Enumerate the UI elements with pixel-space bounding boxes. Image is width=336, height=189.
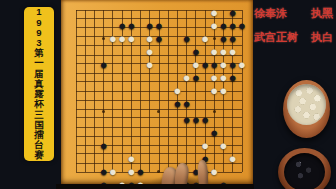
event-banner-text: 1993第一届真露杯三国擂台赛 xyxy=(34,7,44,160)
black-stone-glyph: ● xyxy=(127,19,135,32)
black-stone: ● xyxy=(191,71,200,84)
black-stone-glyph: ● xyxy=(100,58,108,71)
players-caption: 徐奉洙 执黑 武宫正树 执白 xyxy=(253,6,334,54)
black-stone-glyph: ● xyxy=(100,139,108,152)
white-stone: ● xyxy=(210,71,219,84)
white-stone: ● xyxy=(127,152,136,165)
star-point xyxy=(154,110,163,113)
black-stone-glyph: ● xyxy=(118,19,126,32)
white-stone-glyph: ● xyxy=(210,71,218,84)
black-stone-glyph: ● xyxy=(210,58,218,71)
black-stone-glyph: ● xyxy=(192,113,200,126)
white-stone: ● xyxy=(210,84,219,97)
white-stone: ● xyxy=(145,45,154,58)
white-stone-glyph: ● xyxy=(238,58,246,71)
white-stone-glyph: ● xyxy=(220,139,228,152)
banner-char: 杯 xyxy=(34,99,44,109)
white-stone-glyph: ● xyxy=(210,45,218,58)
white-stone-glyph: ● xyxy=(146,32,154,45)
white-stone-glyph: ● xyxy=(127,32,135,45)
white-stone-glyph: ● xyxy=(109,165,117,178)
star-point xyxy=(99,32,108,45)
black-stone: ● xyxy=(154,19,163,32)
black-stone: ● xyxy=(191,113,200,126)
star-point-dot xyxy=(213,37,216,40)
white-stone: ● xyxy=(200,32,209,45)
white-stone: ● xyxy=(210,6,219,19)
white-stone: ● xyxy=(210,45,219,58)
star-point xyxy=(210,32,219,45)
white-stone: ● xyxy=(191,58,200,71)
black-stone-glyph: ● xyxy=(183,113,191,126)
black-player-name: 徐奉洙 xyxy=(254,6,287,21)
black-stone: ● xyxy=(182,32,191,45)
black-stone-glyph: ● xyxy=(146,19,154,32)
black-stone-glyph: ● xyxy=(100,165,108,178)
white-stone-glyph: ● xyxy=(127,165,135,178)
white-stone-glyph: ● xyxy=(173,84,181,97)
white-stone: ● xyxy=(228,152,237,165)
black-stone: ● xyxy=(99,58,108,71)
black-stone-glyph: ● xyxy=(183,32,191,45)
star-point xyxy=(99,110,108,113)
event-banner: 1993第一届真露杯三国擂台赛 xyxy=(24,7,54,161)
board-stones-grid: ●●●●●●●●●●●●●●●●●●●●●●●●●●●●●●●●●●●●●●●●… xyxy=(71,6,246,177)
black-stone-glyph: ● xyxy=(192,71,200,84)
white-stone-glyph: ● xyxy=(210,6,218,19)
white-stone-glyph: ● xyxy=(201,139,209,152)
table-edge xyxy=(56,184,254,189)
white-stone: ● xyxy=(210,19,219,32)
star-point xyxy=(210,110,219,113)
white-stone-glyph: ● xyxy=(127,152,135,165)
white-stone-glyph: ● xyxy=(109,32,117,45)
white-stone: ● xyxy=(127,165,136,178)
white-stone: ● xyxy=(145,58,154,71)
white-player-name: 武宫正树 xyxy=(254,30,298,45)
black-stone: ● xyxy=(219,32,228,45)
white-stone-glyph: ● xyxy=(229,45,237,58)
black-stone: ● xyxy=(99,139,108,152)
black-stone-glyph: ● xyxy=(201,113,209,126)
black-stone: ● xyxy=(182,97,191,110)
black-stone: ● xyxy=(210,126,219,139)
white-player-line: 武宫正树 执白 xyxy=(253,30,334,45)
black-stone: ● xyxy=(127,19,136,32)
black-stone: ● xyxy=(228,19,237,32)
black-stone-glyph: ● xyxy=(201,58,209,71)
black-stone-glyph: ● xyxy=(229,58,237,71)
star-point-dot xyxy=(157,110,160,113)
star-point-dot xyxy=(102,37,105,40)
black-stone-glyph: ● xyxy=(183,97,191,110)
black-stone: ● xyxy=(210,58,219,71)
white-stone: ● xyxy=(173,84,182,97)
white-stone: ● xyxy=(237,58,246,71)
white-stone-glyph: ● xyxy=(210,19,218,32)
white-stone-glyph: ● xyxy=(229,152,237,165)
black-stone: ● xyxy=(154,32,163,45)
black-stone: ● xyxy=(228,32,237,45)
white-stone-glyph: ● xyxy=(220,58,228,71)
black-stone-glyph: ● xyxy=(220,32,228,45)
black-stone: ● xyxy=(219,19,228,32)
black-stone: ● xyxy=(228,58,237,71)
white-stone-glyph: ● xyxy=(220,71,228,84)
banner-char: 赛 xyxy=(34,150,44,160)
video-frame: 1993第一届真露杯三国擂台赛 ●●●●●●●●●●●●●●●●●●●●●●●●… xyxy=(0,0,336,189)
black-stone: ● xyxy=(117,19,126,32)
black-stone-glyph: ● xyxy=(137,165,145,178)
black-stone-glyph: ● xyxy=(192,45,200,58)
black-stone: ● xyxy=(136,165,145,178)
white-stone: ● xyxy=(145,32,154,45)
black-stone: ● xyxy=(200,113,209,126)
black-stone-glyph: ● xyxy=(210,126,218,139)
white-stone-glyph: ● xyxy=(183,71,191,84)
black-stone-glyph: ● xyxy=(220,19,228,32)
white-stones-in-bowl xyxy=(287,84,326,125)
white-stone-glyph: ● xyxy=(220,45,228,58)
white-player-role: 执白 xyxy=(311,30,333,45)
white-stone-glyph: ● xyxy=(118,32,126,45)
black-stone-glyph: ● xyxy=(238,19,246,32)
black-player-role: 执黑 xyxy=(311,6,333,21)
black-stone-glyph: ● xyxy=(229,6,237,19)
white-stone: ● xyxy=(219,45,228,58)
black-stone: ● xyxy=(191,45,200,58)
black-stone-glyph: ● xyxy=(173,97,181,110)
go-board: ●●●●●●●●●●●●●●●●●●●●●●●●●●●●●●●●●●●●●●●●… xyxy=(61,0,253,185)
black-stone: ● xyxy=(228,71,237,84)
white-stone: ● xyxy=(117,32,126,45)
black-stone: ● xyxy=(99,165,108,178)
white-stone-glyph: ● xyxy=(220,84,228,97)
black-stone-glyph: ● xyxy=(229,32,237,45)
black-stone-glyph: ● xyxy=(229,71,237,84)
black-player-line: 徐奉洙 执黑 xyxy=(253,6,334,21)
star-point-dot xyxy=(102,110,105,113)
black-stones-in-bowl xyxy=(284,153,325,189)
black-stone: ● xyxy=(145,19,154,32)
white-stone: ● xyxy=(228,45,237,58)
white-stone: ● xyxy=(127,32,136,45)
black-stone-glyph: ● xyxy=(229,19,237,32)
black-stone-glyph: ● xyxy=(155,32,163,45)
white-stone-glyph: ● xyxy=(146,58,154,71)
white-stone: ● xyxy=(108,165,117,178)
white-stone: ● xyxy=(219,58,228,71)
white-stone-glyph: ● xyxy=(201,32,209,45)
white-stone-glyph: ● xyxy=(192,58,200,71)
star-point-dot xyxy=(157,170,160,173)
star-point-dot xyxy=(213,110,216,113)
white-stone-glyph: ● xyxy=(146,45,154,58)
white-stone: ● xyxy=(219,84,228,97)
black-stone: ● xyxy=(237,19,246,32)
white-stone: ● xyxy=(108,32,117,45)
white-stone: ● xyxy=(182,71,191,84)
black-stone: ● xyxy=(228,6,237,19)
black-stone: ● xyxy=(173,97,182,110)
white-stone: ● xyxy=(219,71,228,84)
white-stone-glyph: ● xyxy=(210,84,218,97)
white-stone: ● xyxy=(200,139,209,152)
black-stone: ● xyxy=(182,113,191,126)
white-stone: ● xyxy=(219,139,228,152)
black-stone: ● xyxy=(200,58,209,71)
black-stone-glyph: ● xyxy=(155,19,163,32)
